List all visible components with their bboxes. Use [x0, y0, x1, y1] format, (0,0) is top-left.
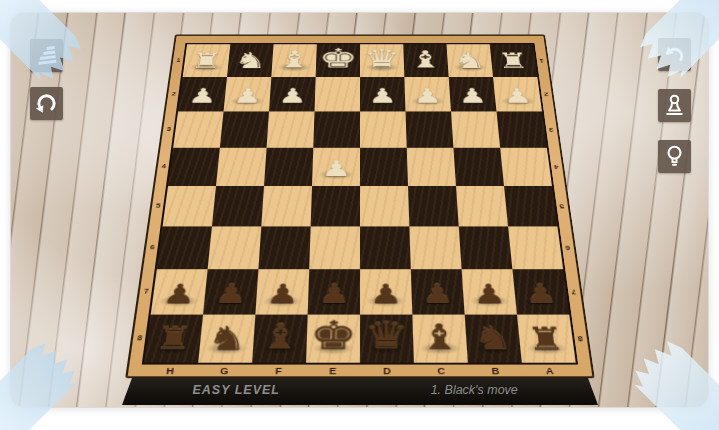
piece-white-pawn-c2[interactable]: ♟	[413, 86, 443, 106]
chess-board-3d: 1122334455667788HGFEDCBA ♜♞♝♛♚♝♞♜♟♟♟♟♟♟♟…	[125, 34, 595, 378]
square-e3[interactable]	[313, 111, 360, 147]
square-f7[interactable]	[255, 269, 309, 314]
piece-white-pawn-b2[interactable]: ♟	[457, 86, 487, 106]
piece-white-pawn-d2[interactable]: ♟	[368, 86, 397, 106]
square-d3[interactable]	[360, 111, 407, 147]
square-c8[interactable]	[412, 315, 468, 363]
square-b3[interactable]	[451, 111, 500, 147]
square-a6[interactable]	[508, 226, 563, 269]
piece-white-pawn-h2[interactable]: ♟	[187, 86, 218, 106]
square-c3[interactable]	[405, 111, 453, 147]
square-d8[interactable]	[360, 315, 414, 363]
square-a7[interactable]	[512, 269, 569, 314]
square-e5[interactable]	[311, 186, 360, 226]
piece-white-knight-b1[interactable]: ♞	[452, 49, 487, 71]
square-e8[interactable]	[306, 315, 360, 363]
square-h7[interactable]	[151, 269, 208, 314]
square-a3[interactable]	[496, 111, 546, 147]
piece-white-pawn-e4[interactable]: ♟	[321, 157, 351, 179]
square-d7[interactable]	[360, 269, 412, 314]
square-a5[interactable]	[504, 186, 557, 226]
opponent-button[interactable]	[658, 89, 691, 122]
square-f5[interactable]	[261, 186, 312, 226]
square-d6[interactable]	[360, 226, 411, 269]
square-g6[interactable]	[208, 226, 262, 269]
player-icon	[661, 92, 688, 119]
square-h5[interactable]	[163, 186, 216, 226]
square-b7[interactable]	[462, 269, 517, 314]
board-front-edge: EASY LEVEL 1. Black's move	[122, 378, 598, 405]
rotate-icon	[33, 90, 60, 117]
wood-background-photo: 1122334455667788HGFEDCBA ♜♞♝♛♚♝♞♜♟♟♟♟♟♟♟…	[10, 12, 709, 408]
piece-white-queen-d1[interactable]: ♛	[363, 46, 401, 72]
square-g4[interactable]	[216, 148, 267, 186]
piece-white-pawn-a2[interactable]: ♟	[502, 86, 533, 106]
square-h3[interactable]	[173, 111, 223, 147]
square-b8[interactable]	[465, 315, 522, 363]
square-e6[interactable]	[309, 226, 360, 269]
square-b4[interactable]	[453, 148, 504, 186]
difficulty-label: EASY LEVEL	[184, 383, 289, 397]
piece-white-rook-h1[interactable]: ♜	[190, 50, 224, 71]
piece-white-knight-g1[interactable]: ♞	[233, 49, 268, 71]
square-f3[interactable]	[267, 111, 315, 147]
square-e2[interactable]	[315, 77, 360, 111]
square-h6[interactable]	[157, 226, 212, 269]
turn-indicator: 1. Black's move	[417, 383, 531, 397]
square-a8[interactable]	[517, 315, 576, 363]
square-h8[interactable]	[144, 315, 203, 363]
square-f6[interactable]	[258, 226, 310, 269]
square-b5[interactable]	[456, 186, 508, 226]
square-f8[interactable]	[252, 315, 308, 363]
square-c4[interactable]	[407, 148, 456, 186]
square-g5[interactable]	[212, 186, 264, 226]
piece-white-bishop-f1[interactable]: ♝	[276, 48, 312, 71]
app-window: 1122334455667788HGFEDCBA ♜♞♝♛♚♝♞♜♟♟♟♟♟♟♟…	[0, 0, 719, 430]
square-g3[interactable]	[220, 111, 269, 147]
piece-white-pawn-g2[interactable]: ♟	[232, 86, 262, 106]
square-g8[interactable]	[198, 315, 255, 363]
hint-button[interactable]	[658, 140, 691, 173]
square-c7[interactable]	[411, 269, 465, 314]
square-e7[interactable]	[308, 269, 360, 314]
square-f4[interactable]	[264, 148, 313, 186]
piece-white-pawn-f2[interactable]: ♟	[278, 86, 308, 106]
piece-white-bishop-c1[interactable]: ♝	[408, 48, 444, 71]
square-a4[interactable]	[500, 148, 552, 186]
square-c5[interactable]	[408, 186, 459, 226]
square-d5[interactable]	[360, 186, 409, 226]
piece-white-king-e1[interactable]: ♚	[318, 45, 358, 72]
lightbulb-icon	[661, 143, 688, 170]
piece-white-rook-a1[interactable]: ♜	[497, 50, 531, 71]
square-d4[interactable]	[360, 148, 408, 186]
square-c6[interactable]	[409, 226, 461, 269]
rotate-board-button[interactable]	[30, 87, 63, 120]
square-h4[interactable]	[168, 148, 220, 186]
square-b6[interactable]	[459, 226, 513, 269]
square-g7[interactable]	[203, 269, 258, 314]
